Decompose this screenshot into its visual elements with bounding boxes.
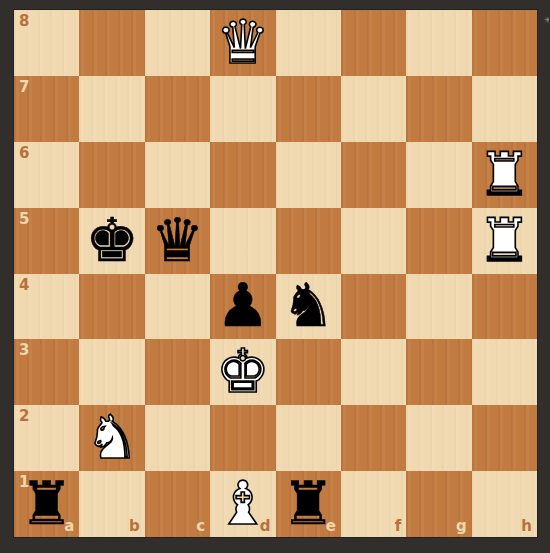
square-b2[interactable]: ♞ <box>79 405 144 471</box>
square-d4[interactable]: ♟ <box>210 274 275 340</box>
square-b8[interactable] <box>79 10 144 76</box>
file-label-h: h <box>521 519 532 534</box>
square-h8[interactable] <box>472 10 537 76</box>
square-e2[interactable] <box>276 405 341 471</box>
rank-label-2: 2 <box>19 409 29 424</box>
square-c8[interactable] <box>145 10 210 76</box>
black-rook[interactable]: ♜ <box>20 473 74 533</box>
square-a4[interactable]: 4 <box>14 274 79 340</box>
square-c7[interactable] <box>145 76 210 142</box>
square-d1[interactable]: d♝ <box>210 471 275 537</box>
white-rook[interactable]: ♜ <box>477 144 531 204</box>
square-h1[interactable]: h <box>472 471 537 537</box>
square-f1[interactable]: f <box>341 471 406 537</box>
square-e1[interactable]: e♜ <box>276 471 341 537</box>
file-label-f: f <box>395 519 402 534</box>
square-b5[interactable]: ♚ <box>79 208 144 274</box>
square-d3[interactable]: ♚ <box>210 339 275 405</box>
white-knight[interactable]: ♞ <box>85 407 139 467</box>
square-d8[interactable]: ♛ <box>210 10 275 76</box>
square-f4[interactable] <box>341 274 406 340</box>
square-f3[interactable] <box>341 339 406 405</box>
square-c4[interactable] <box>145 274 210 340</box>
square-c2[interactable] <box>145 405 210 471</box>
square-d5[interactable] <box>210 208 275 274</box>
square-b7[interactable] <box>79 76 144 142</box>
square-e3[interactable] <box>276 339 341 405</box>
square-b6[interactable] <box>79 142 144 208</box>
square-a2[interactable]: 2 <box>14 405 79 471</box>
file-label-b: b <box>129 519 140 534</box>
white-queen[interactable]: ♛ <box>216 12 270 72</box>
square-f5[interactable] <box>341 208 406 274</box>
square-f8[interactable] <box>341 10 406 76</box>
square-d7[interactable] <box>210 76 275 142</box>
white-king[interactable]: ♚ <box>216 341 270 401</box>
square-h7[interactable] <box>472 76 537 142</box>
square-a3[interactable]: 3 <box>14 339 79 405</box>
square-h3[interactable] <box>472 339 537 405</box>
square-a5[interactable]: 5 <box>14 208 79 274</box>
square-b3[interactable] <box>79 339 144 405</box>
square-d6[interactable] <box>210 142 275 208</box>
square-f2[interactable] <box>341 405 406 471</box>
rank-label-4: 4 <box>19 278 29 293</box>
square-h4[interactable] <box>472 274 537 340</box>
square-g5[interactable] <box>406 208 471 274</box>
square-e5[interactable] <box>276 208 341 274</box>
square-g4[interactable] <box>406 274 471 340</box>
square-a8[interactable]: 8 <box>14 10 79 76</box>
square-a6[interactable]: 6 <box>14 142 79 208</box>
file-label-g: g <box>456 519 467 534</box>
white-bishop[interactable]: ♝ <box>216 473 270 533</box>
square-a1[interactable]: 1a♜ <box>14 471 79 537</box>
black-king[interactable]: ♚ <box>85 210 139 270</box>
square-f6[interactable] <box>341 142 406 208</box>
square-g6[interactable] <box>406 142 471 208</box>
black-knight[interactable]: ♞ <box>281 275 335 335</box>
square-c5[interactable]: ♛ <box>145 208 210 274</box>
black-pawn[interactable]: ♟ <box>216 275 270 335</box>
square-h2[interactable] <box>472 405 537 471</box>
square-g1[interactable]: g <box>406 471 471 537</box>
square-b1[interactable]: b <box>79 471 144 537</box>
square-a7[interactable]: 7 <box>14 76 79 142</box>
square-g2[interactable] <box>406 405 471 471</box>
square-g7[interactable] <box>406 76 471 142</box>
screenshot-background: 8♛76♜5♚♛♜4♟♞3♚2♞1a♜bcd♝e♜fgh ✳ <box>0 0 550 553</box>
file-label-c: c <box>196 519 205 534</box>
black-rook[interactable]: ♜ <box>281 473 335 533</box>
square-h6[interactable]: ♜ <box>472 142 537 208</box>
square-e7[interactable] <box>276 76 341 142</box>
square-d2[interactable] <box>210 405 275 471</box>
square-h5[interactable]: ♜ <box>472 208 537 274</box>
black-queen[interactable]: ♛ <box>151 210 205 270</box>
square-c1[interactable]: c <box>145 471 210 537</box>
square-c6[interactable] <box>145 142 210 208</box>
square-f7[interactable] <box>341 76 406 142</box>
white-rook[interactable]: ♜ <box>477 210 531 270</box>
square-g8[interactable] <box>406 10 471 76</box>
rank-label-5: 5 <box>19 212 29 227</box>
square-b4[interactable] <box>79 274 144 340</box>
clipped-ui-fragment-icon: ✳ <box>544 17 549 24</box>
rank-label-6: 6 <box>19 146 29 161</box>
square-e4[interactable]: ♞ <box>276 274 341 340</box>
square-e8[interactable] <box>276 10 341 76</box>
rank-label-8: 8 <box>19 14 29 29</box>
square-e6[interactable] <box>276 142 341 208</box>
chess-board: 8♛76♜5♚♛♜4♟♞3♚2♞1a♜bcd♝e♜fgh <box>14 10 537 537</box>
square-g3[interactable] <box>406 339 471 405</box>
rank-label-7: 7 <box>19 80 29 95</box>
square-c3[interactable] <box>145 339 210 405</box>
rank-label-3: 3 <box>19 343 29 358</box>
